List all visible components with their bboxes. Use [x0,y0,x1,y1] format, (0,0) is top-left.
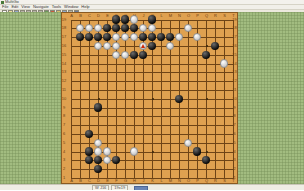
status-last-move: W J16 [92,185,109,190]
coord-number-left: 18 [61,26,68,30]
app-window: MultiGo File Edit View Navigate Tools Wi… [0,0,304,190]
coord-number-right: 13 [231,70,238,74]
hoshi-point-D10 [98,98,100,100]
coord-letter-bottom: A [68,179,75,183]
coord-number-right: 5 [231,141,238,145]
coord-letter-top: O [185,14,192,18]
menu-navigate[interactable]: Navigate [33,5,49,9]
menu-window[interactable]: Window [64,5,78,9]
stone-black-F19[interactable] [112,15,120,23]
stone-black-D9[interactable] [94,103,102,111]
grid-line-horizontal [71,134,234,135]
coord-letter-bottom: K [149,179,156,183]
stone-white-D18[interactable] [94,24,102,32]
stone-black-L17[interactable] [157,33,165,41]
coord-number-right: 9 [231,106,238,110]
stone-black-E18[interactable] [103,24,111,32]
coord-number-right: 7 [231,123,238,127]
coord-number-left: 12 [61,79,68,83]
stone-white-F17[interactable] [112,33,120,41]
menu-edit[interactable]: Edit [11,5,18,9]
stone-white-J16[interactable] [139,42,147,50]
coord-letter-bottom: C [86,179,93,183]
stone-black-D2[interactable] [94,165,102,173]
grid-line-vertical [188,20,189,179]
coord-letter-top: N [176,14,183,18]
stone-white-O5[interactable] [184,139,192,147]
coord-letter-top: M [167,14,174,18]
coord-number-right: 4 [231,150,238,154]
stone-white-B18[interactable] [76,24,84,32]
coord-letter-top: E [104,14,111,18]
grid-line-vertical [161,20,162,179]
coord-letter-top: L [158,14,165,18]
stone-black-H15[interactable] [130,51,138,59]
stone-white-H19[interactable] [130,15,138,23]
stone-white-F15[interactable] [112,51,120,59]
coord-letter-top: P [194,14,201,18]
go-board[interactable]: AA1919BB1818CC1717DD1616EE1515FF1414GG13… [61,12,238,184]
board-grid[interactable]: AA1919BB1818CC1717DD1616EE1515FF1414GG13… [62,13,237,183]
stone-black-C3[interactable] [85,156,93,164]
stone-white-G17[interactable] [121,33,129,41]
menu-view[interactable]: View [21,5,30,9]
coord-number-right: 19 [231,18,238,22]
coord-number-left: 5 [61,141,68,145]
coord-letter-top: D [95,14,102,18]
coord-letter-bottom: G [122,179,129,183]
coord-letter-bottom: Q [203,179,210,183]
stone-black-J15[interactable] [139,51,147,59]
status-bar: W J16 19x19 [0,184,304,190]
coord-letter-bottom: L [158,179,165,183]
coord-number-right: 1 [231,176,238,180]
coord-letter-top: C [86,14,93,18]
stone-white-K18[interactable] [148,24,156,32]
coord-number-left: 9 [61,106,68,110]
menu-help[interactable]: Help [81,5,89,9]
coord-letter-bottom: J [140,179,147,183]
stone-black-G18[interactable] [121,24,129,32]
coord-number-left: 15 [61,53,68,57]
coord-letter-bottom: R [212,179,219,183]
coord-number-right: 18 [231,26,238,30]
coord-number-right: 14 [231,62,238,66]
stone-white-E4[interactable] [103,147,111,155]
stone-black-D17[interactable] [94,33,102,41]
stone-black-F3[interactable] [112,156,120,164]
stone-black-D3[interactable] [94,156,102,164]
coord-number-left: 7 [61,123,68,127]
coord-letter-top: S [221,14,228,18]
coord-letter-bottom: H [131,179,138,183]
stone-black-J17[interactable] [139,33,147,41]
last-move-triangle-marker [141,44,145,48]
stone-black-E17[interactable] [103,33,111,41]
stone-black-N10[interactable] [175,95,183,103]
coord-letter-top: T [230,14,237,18]
stone-white-D5[interactable] [94,139,102,147]
coord-number-left: 19 [61,18,68,22]
stone-white-J18[interactable] [139,24,147,32]
coord-letter-top: R [212,14,219,18]
stone-white-D16[interactable] [94,42,102,50]
hoshi-point-K10 [152,98,154,100]
coord-letter-bottom: E [104,179,111,183]
stone-black-G19[interactable] [121,15,129,23]
coord-number-left: 8 [61,114,68,118]
coord-letter-top: Q [203,14,210,18]
stone-white-C18[interactable] [85,24,93,32]
coord-number-right: 3 [231,158,238,162]
stone-white-E3[interactable] [103,156,111,164]
coord-number-right: 2 [231,167,238,171]
stone-white-G15[interactable] [121,51,129,59]
board-background-felt: AA1919BB1818CC1717DD1616EE1515FF1414GG13… [0,12,304,184]
stone-black-C4[interactable] [85,147,93,155]
coord-number-left: 10 [61,97,68,101]
coord-number-right: 10 [231,97,238,101]
menu-file[interactable]: File [2,5,8,9]
coord-letter-bottom: F [113,179,120,183]
coord-letter-bottom: D [95,179,102,183]
coord-number-left: 13 [61,70,68,74]
grid-line-vertical [224,20,225,179]
coord-letter-bottom: B [77,179,84,183]
coord-number-right: 12 [231,79,238,83]
coord-number-right: 6 [231,132,238,136]
coord-letter-bottom: O [185,179,192,183]
stone-black-B17[interactable] [76,33,84,41]
coord-number-left: 3 [61,158,68,162]
stone-black-K19[interactable] [148,15,156,23]
stone-white-H4[interactable] [130,147,138,155]
stone-black-K16[interactable] [148,42,156,50]
coord-number-left: 4 [61,150,68,154]
coord-number-left: 6 [61,132,68,136]
hoshi-point-Q4 [206,151,208,153]
stone-black-Q15[interactable] [202,51,210,59]
stone-black-Q3[interactable] [202,156,210,164]
status-board-size: 19x19 [111,185,128,190]
stone-white-O18[interactable] [184,24,192,32]
coord-number-right: 15 [231,53,238,57]
coord-letter-top: A [68,14,75,18]
coord-letter-bottom: M [167,179,174,183]
stone-white-P17[interactable] [193,33,201,41]
coord-number-right: 16 [231,44,238,48]
coord-number-left: 16 [61,44,68,48]
status-indicator [134,186,148,191]
coord-letter-bottom: N [176,179,183,183]
stone-white-M16[interactable] [166,42,174,50]
coord-letter-top: J [140,14,147,18]
stone-black-C6[interactable] [85,130,93,138]
coord-number-left: 14 [61,62,68,66]
menu-tools[interactable]: Tools [52,5,61,9]
coord-number-left: 1 [61,176,68,180]
coord-number-right: 17 [231,35,238,39]
stone-white-S14[interactable] [220,59,228,67]
coord-number-left: 17 [61,35,68,39]
stone-white-F16[interactable] [112,42,120,50]
coord-number-left: 2 [61,167,68,171]
coord-number-left: 11 [61,88,68,92]
hoshi-point-K4 [152,151,154,153]
stone-black-M17[interactable] [166,33,174,41]
coord-letter-bottom: S [221,179,228,183]
stone-black-K17[interactable] [148,33,156,41]
stone-black-R16[interactable] [211,42,219,50]
stone-black-H18[interactable] [130,24,138,32]
coord-number-right: 11 [231,88,238,92]
stone-black-C17[interactable] [85,33,93,41]
grid-line-horizontal [71,116,234,117]
stone-black-F18[interactable] [112,24,120,32]
stone-white-E16[interactable] [103,42,111,50]
stone-white-H17[interactable] [130,33,138,41]
grid-line-horizontal [71,125,234,126]
coord-letter-top: B [77,14,84,18]
stone-black-P4[interactable] [193,147,201,155]
hoshi-point-Q10 [206,98,208,100]
coord-letter-bottom: P [194,179,201,183]
stone-white-N17[interactable] [175,33,183,41]
stone-white-D4[interactable] [94,147,102,155]
coord-number-right: 8 [231,114,238,118]
